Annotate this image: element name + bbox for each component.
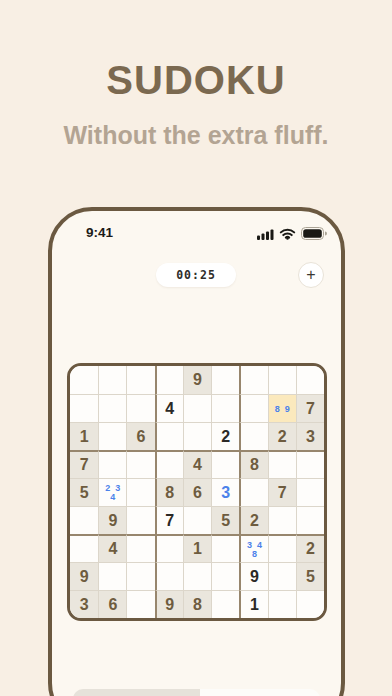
cell-r3c5[interactable] (183, 422, 211, 450)
cell-r2c4[interactable]: 4 (155, 394, 183, 422)
timer-pill: 00:25 (156, 263, 236, 287)
pencil-mark: 4 (257, 541, 262, 549)
signal-icon (257, 226, 274, 244)
cell-r9c3[interactable] (126, 590, 154, 618)
pencil-mark: 3 (115, 484, 120, 492)
cell-r9c6[interactable] (211, 590, 239, 618)
hero-section: SUDOKU Without the extra fluff. (0, 58, 392, 150)
cell-r5c6[interactable]: 3 (211, 478, 239, 506)
cell-r7c9[interactable]: 2 (296, 534, 324, 562)
phone-mockup: 9:41 (48, 207, 345, 696)
cell-r3c3[interactable]: 6 (126, 422, 154, 450)
cell-r9c8[interactable] (268, 590, 296, 618)
cell-r5c9[interactable] (296, 478, 324, 506)
cell-r6c7[interactable]: 2 (239, 506, 267, 534)
cell-r4c6[interactable] (211, 450, 239, 478)
cell-r9c4[interactable]: 9 (155, 590, 183, 618)
pencil-mark: 8 (252, 550, 257, 558)
cell-r4c2[interactable] (98, 450, 126, 478)
cell-r8c2[interactable] (98, 562, 126, 590)
cell-r2c5[interactable] (183, 394, 211, 422)
mode-toggle-left-segment[interactable] (73, 689, 200, 696)
cell-r8c9[interactable]: 5 (296, 562, 324, 590)
cell-r3c8[interactable]: 2 (268, 422, 296, 450)
status-time: 9:41 (86, 225, 113, 240)
cell-r5c4[interactable]: 8 (155, 478, 183, 506)
battery-icon (301, 226, 327, 244)
cell-r3c6[interactable]: 2 (211, 422, 239, 450)
cell-r7c2[interactable]: 4 (98, 534, 126, 562)
cell-r4c7[interactable]: 8 (239, 450, 267, 478)
cell-r3c2[interactable] (98, 422, 126, 450)
cell-r8c1[interactable]: 9 (70, 562, 98, 590)
cell-r9c7[interactable]: 1 (239, 590, 267, 618)
cell-r9c1[interactable]: 3 (70, 590, 98, 618)
mode-toggle[interactable] (73, 689, 320, 696)
cell-r1c2[interactable] (98, 366, 126, 394)
cell-r6c5[interactable] (183, 506, 211, 534)
cell-r1c5[interactable]: 9 (183, 366, 211, 394)
cell-r5c2[interactable]: 234 (98, 478, 126, 506)
status-icons (257, 226, 327, 244)
cell-r6c1[interactable] (70, 506, 98, 534)
cell-r5c1[interactable]: 5 (70, 478, 98, 506)
cell-r3c4[interactable] (155, 422, 183, 450)
cell-r1c9[interactable] (296, 366, 324, 394)
cell-r7c5[interactable]: 1 (183, 534, 211, 562)
cell-r2c6[interactable] (211, 394, 239, 422)
cell-r5c7[interactable] (239, 478, 267, 506)
cell-r4c3[interactable] (126, 450, 154, 478)
cell-r4c5[interactable]: 4 (183, 450, 211, 478)
cell-r7c4[interactable] (155, 534, 183, 562)
cell-r9c5[interactable]: 8 (183, 590, 211, 618)
cell-r5c8[interactable]: 7 (268, 478, 296, 506)
cell-r1c4[interactable] (155, 366, 183, 394)
cell-r6c6[interactable]: 5 (211, 506, 239, 534)
cell-r3c7[interactable] (239, 422, 267, 450)
cell-r7c3[interactable] (126, 534, 154, 562)
cell-r2c3[interactable] (126, 394, 154, 422)
cell-r9c9[interactable] (296, 590, 324, 618)
pencil-mark: 3 (247, 541, 252, 549)
cell-r8c7[interactable]: 9 (239, 562, 267, 590)
cell-r2c7[interactable] (239, 394, 267, 422)
cell-r4c9[interactable] (296, 450, 324, 478)
cell-r5c3[interactable] (126, 478, 154, 506)
pencil-mark: 4 (110, 493, 115, 501)
cell-r4c8[interactable] (268, 450, 296, 478)
cell-r6c2[interactable]: 9 (98, 506, 126, 534)
cell-r6c9[interactable] (296, 506, 324, 534)
cell-r7c1[interactable] (70, 534, 98, 562)
cell-r4c1[interactable]: 7 (70, 450, 98, 478)
cell-r1c7[interactable] (239, 366, 267, 394)
cell-r1c8[interactable] (268, 366, 296, 394)
mode-toggle-right-segment[interactable] (200, 689, 320, 696)
cell-r2c2[interactable] (98, 394, 126, 422)
cell-r2c9[interactable]: 7 (296, 394, 324, 422)
cell-r1c3[interactable] (126, 366, 154, 394)
pencil-mark: 2 (105, 484, 110, 492)
cell-r8c3[interactable] (126, 562, 154, 590)
cell-r8c4[interactable] (155, 562, 183, 590)
cell-r6c8[interactable] (268, 506, 296, 534)
plus-icon: + (306, 267, 315, 283)
pencil-mark: 8 (275, 405, 280, 413)
cell-r6c4[interactable]: 7 (155, 506, 183, 534)
new-game-button[interactable]: + (298, 262, 324, 288)
status-bar: 9:41 (52, 222, 341, 244)
sudoku-board[interactable]: 948971622374852348637975241348299536981 (67, 363, 327, 621)
cell-r2c1[interactable] (70, 394, 98, 422)
cell-r4c4[interactable] (155, 450, 183, 478)
cell-r8c8[interactable] (268, 562, 296, 590)
cell-r8c6[interactable] (211, 562, 239, 590)
cell-r9c2[interactable]: 6 (98, 590, 126, 618)
cell-r1c6[interactable] (211, 366, 239, 394)
cell-r7c6[interactable] (211, 534, 239, 562)
cell-r3c1[interactable]: 1 (70, 422, 98, 450)
pencil-mark: 9 (285, 405, 290, 413)
page-title: SUDOKU (0, 58, 392, 103)
cell-r7c7[interactable]: 348 (239, 534, 267, 562)
cell-r5c5[interactable]: 6 (183, 478, 211, 506)
cell-r6c3[interactable] (126, 506, 154, 534)
wifi-icon (279, 226, 296, 244)
cell-r8c5[interactable] (183, 562, 211, 590)
cell-r1c1[interactable] (70, 366, 98, 394)
timer-value: 00:25 (176, 268, 216, 282)
cell-r2c8[interactable]: 89 (268, 394, 296, 422)
cell-r3c9[interactable]: 3 (296, 422, 324, 450)
page-subtitle: Without the extra fluff. (0, 121, 392, 150)
cell-r7c8[interactable] (268, 534, 296, 562)
